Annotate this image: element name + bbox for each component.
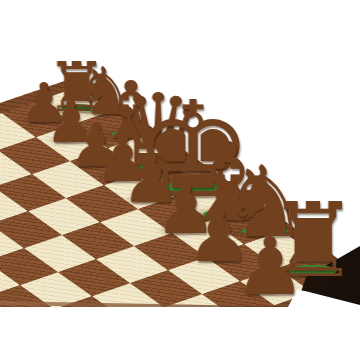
pieces-layer: ♜♞♝♛♚♝♞♜♟♟♟♟♟♟♟♟ xyxy=(0,0,360,360)
chessboard-product-photo: ♜♞♝♛♚♝♞♜♟♟♟♟♟♟♟♟ xyxy=(0,0,360,360)
piece-pawn-h7: ♟ xyxy=(234,227,305,306)
